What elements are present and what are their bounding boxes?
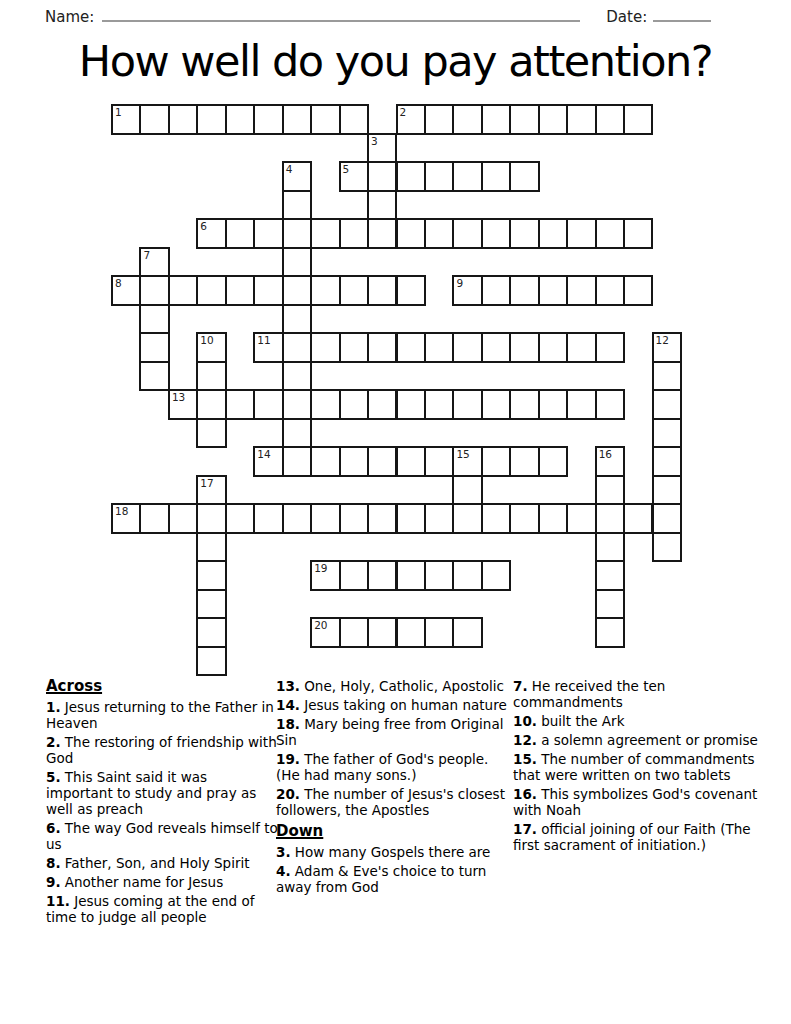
clue-number: 9.: [46, 874, 61, 890]
grid-cell-r1c9[interactable]: 3: [367, 133, 397, 164]
grid-cell-r14c18[interactable]: [623, 503, 653, 534]
grid-cell-r12c19[interactable]: [652, 446, 682, 477]
grid-cell-r10c15[interactable]: [538, 389, 568, 420]
grid-cell-r6c7[interactable]: [310, 275, 340, 306]
grid-cell-r14c16[interactable]: [566, 503, 596, 534]
grid-cell-r12c6[interactable]: [282, 446, 312, 477]
grid-cell-r18c10[interactable]: [396, 617, 426, 648]
grid-cell-r13c3[interactable]: 17: [196, 475, 226, 506]
grid-cell-r15c3[interactable]: [196, 532, 226, 563]
down-clues-group-1: 3. How many Gospels there are4. Adam & E…: [276, 844, 516, 895]
grid-cell-r8c8[interactable]: [339, 332, 369, 363]
grid-cell-r6c6[interactable]: [282, 275, 312, 306]
grid-cell-r8c9[interactable]: [367, 332, 397, 363]
grid-cell-r14c14[interactable]: [509, 503, 539, 534]
clue-number: 5.: [46, 769, 61, 785]
grid-cell-r0c2[interactable]: [168, 104, 198, 135]
grid-cell-r2c8[interactable]: 5: [339, 161, 369, 192]
grid-cell-r18c9[interactable]: [367, 617, 397, 648]
clue-number: 3.: [276, 844, 291, 860]
grid-cell-r8c17[interactable]: [595, 332, 625, 363]
name-blank-line: [102, 6, 580, 22]
grid-cell-r8c11[interactable]: [424, 332, 454, 363]
grid-cell-r6c16[interactable]: [566, 275, 596, 306]
grid-cell-r12c7[interactable]: [310, 446, 340, 477]
grid-cell-r10c13[interactable]: [481, 389, 511, 420]
grid-cell-r0c17[interactable]: [595, 104, 625, 135]
grid-cell-r8c16[interactable]: [566, 332, 596, 363]
clue-down-10: 10. built the Ark: [513, 713, 775, 729]
grid-cell-r14c2[interactable]: [168, 503, 198, 534]
grid-cell-r14c11[interactable]: [424, 503, 454, 534]
grid-cell-r8c19[interactable]: 12: [652, 332, 682, 363]
grid-cell-r6c1[interactable]: [139, 275, 169, 306]
grid-cell-r10c10[interactable]: [396, 389, 426, 420]
grid-cell-r0c16[interactable]: [566, 104, 596, 135]
down-clues-group-2: 7. He received the ten commandments10. b…: [513, 678, 775, 853]
grid-cell-r6c12[interactable]: 9: [452, 275, 482, 306]
grid-cell-r4c8[interactable]: [339, 218, 369, 249]
grid-cell-r10c7[interactable]: [310, 389, 340, 420]
clue-number: 13.: [276, 678, 300, 694]
clue-number: 18.: [276, 716, 300, 732]
grid-cell-r4c3[interactable]: 6: [196, 218, 226, 249]
grid-cell-r13c12[interactable]: [452, 475, 482, 506]
cell-clue-number: 4: [286, 163, 293, 175]
clue-number: 12.: [513, 732, 537, 748]
cell-clue-number: 20: [314, 619, 327, 631]
grid-cell-r16c7[interactable]: 19: [310, 560, 340, 591]
grid-cell-r6c2[interactable]: [168, 275, 198, 306]
grid-cell-r17c17[interactable]: [595, 589, 625, 620]
clue-number: 20.: [276, 786, 300, 802]
grid-cell-r18c8[interactable]: [339, 617, 369, 648]
grid-cell-r8c13[interactable]: [481, 332, 511, 363]
grid-cell-r14c19[interactable]: [652, 503, 682, 534]
grid-cell-r14c8[interactable]: [339, 503, 369, 534]
grid-cell-r7c1[interactable]: [139, 304, 169, 335]
page-title: How well do you pay attention?: [0, 36, 791, 86]
grid-cell-r12c13[interactable]: [481, 446, 511, 477]
grid-cell-r4c12[interactable]: [452, 218, 482, 249]
across-header: Across: [46, 678, 278, 694]
grid-cell-r14c13[interactable]: [481, 503, 511, 534]
grid-cell-r14c0[interactable]: 18: [111, 503, 141, 534]
grid-cell-r15c19[interactable]: [652, 532, 682, 563]
across-clues-group-2: 13. One, Holy, Catholic, Apostolic14. Je…: [276, 678, 516, 818]
grid-cell-r0c14[interactable]: [509, 104, 539, 135]
grid-cell-r12c5[interactable]: 14: [253, 446, 283, 477]
cell-clue-number: 19: [314, 562, 327, 574]
grid-cell-r0c5[interactable]: [253, 104, 283, 135]
grid-cell-r4c4[interactable]: [225, 218, 255, 249]
grid-cell-r3c9[interactable]: [367, 190, 397, 221]
grid-cell-r0c15[interactable]: [538, 104, 568, 135]
grid-cell-r18c11[interactable]: [424, 617, 454, 648]
grid-cell-r0c12[interactable]: [452, 104, 482, 135]
grid-cell-r14c9[interactable]: [367, 503, 397, 534]
grid-cell-r14c15[interactable]: [538, 503, 568, 534]
grid-cell-r4c9[interactable]: [367, 218, 397, 249]
grid-cell-r4c16[interactable]: [566, 218, 596, 249]
clue-across-5: 5. This Saint said it was important to s…: [46, 769, 278, 817]
clue-down-3: 3. How many Gospels there are: [276, 844, 516, 860]
clue-down-7: 7. He received the ten commandments: [513, 678, 775, 710]
grid-cell-r12c12[interactable]: 15: [452, 446, 482, 477]
grid-cell-r0c18[interactable]: [623, 104, 653, 135]
grid-cell-r8c14[interactable]: [509, 332, 539, 363]
grid-cell-r8c7[interactable]: [310, 332, 340, 363]
cell-clue-number: 8: [115, 277, 122, 289]
grid-cell-r9c6[interactable]: [282, 361, 312, 392]
cell-clue-number: 3: [371, 135, 378, 147]
grid-cell-r10c11[interactable]: [424, 389, 454, 420]
clue-column-1: Across 1. Jesus returning to the Father …: [46, 678, 278, 928]
clue-across-2: 2. The restoring of friendship with God: [46, 734, 278, 766]
grid-cell-r6c8[interactable]: [339, 275, 369, 306]
clue-number: 1.: [46, 699, 61, 715]
clue-number: 8.: [46, 855, 61, 871]
grid-cell-r8c5[interactable]: 11: [253, 332, 283, 363]
clue-across-20: 20. The number of Jesus's closest follow…: [276, 786, 516, 818]
grid-cell-r14c12[interactable]: [452, 503, 482, 534]
grid-cell-r5c1[interactable]: 7: [139, 247, 169, 278]
grid-cell-r10c3[interactable]: [196, 389, 226, 420]
name-label: Name:: [45, 8, 94, 26]
clue-across-18: 18. Mary being free from Original Sin: [276, 716, 516, 748]
grid-cell-r6c13[interactable]: [481, 275, 511, 306]
grid-cell-r14c5[interactable]: [253, 503, 283, 534]
grid-cell-r16c9[interactable]: [367, 560, 397, 591]
grid-cell-r10c12[interactable]: [452, 389, 482, 420]
grid-cell-r4c11[interactable]: [424, 218, 454, 249]
cell-clue-number: 17: [200, 477, 213, 489]
grid-cell-r7c6[interactable]: [282, 304, 312, 335]
cell-clue-number: 7: [143, 249, 150, 261]
grid-cell-r8c3[interactable]: 10: [196, 332, 226, 363]
grid-cell-r2c11[interactable]: [424, 161, 454, 192]
cell-clue-number: 1: [115, 106, 122, 118]
grid-cell-r16c11[interactable]: [424, 560, 454, 591]
grid-cell-r14c6[interactable]: [282, 503, 312, 534]
grid-cell-r8c10[interactable]: [396, 332, 426, 363]
grid-cell-r10c14[interactable]: [509, 389, 539, 420]
grid-cell-r0c0[interactable]: 1: [111, 104, 141, 135]
grid-cell-r12c15[interactable]: [538, 446, 568, 477]
grid-cell-r6c14[interactable]: [509, 275, 539, 306]
grid-cell-r11c3[interactable]: [196, 418, 226, 449]
clue-down-15: 15. The number of commandments that were…: [513, 751, 775, 783]
cell-clue-number: 13: [172, 391, 185, 403]
grid-cell-r16c17[interactable]: [595, 560, 625, 591]
cell-clue-number: 14: [257, 448, 270, 460]
cell-clue-number: 6: [200, 220, 207, 232]
grid-cell-r4c13[interactable]: [481, 218, 511, 249]
grid-cell-r2c6[interactable]: 4: [282, 161, 312, 192]
clue-number: 15.: [513, 751, 537, 767]
grid-cell-r9c3[interactable]: [196, 361, 226, 392]
grid-cell-r4c7[interactable]: [310, 218, 340, 249]
grid-cell-r15c17[interactable]: [595, 532, 625, 563]
clue-number: 19.: [276, 751, 300, 767]
grid-cell-r6c15[interactable]: [538, 275, 568, 306]
grid-cell-r8c12[interactable]: [452, 332, 482, 363]
clue-across-14: 14. Jesus taking on human nature: [276, 697, 516, 713]
grid-cell-r0c6[interactable]: [282, 104, 312, 135]
grid-cell-r11c19[interactable]: [652, 418, 682, 449]
grid-cell-r19c3[interactable]: [196, 646, 226, 677]
grid-cell-r6c18[interactable]: [623, 275, 653, 306]
grid-cell-r6c0[interactable]: 8: [111, 275, 141, 306]
grid-cell-r14c17[interactable]: [595, 503, 625, 534]
cell-clue-number: 2: [400, 106, 407, 118]
grid-cell-r0c4[interactable]: [225, 104, 255, 135]
grid-cell-r6c17[interactable]: [595, 275, 625, 306]
grid-cell-r0c3[interactable]: [196, 104, 226, 135]
grid-cell-r13c17[interactable]: [595, 475, 625, 506]
grid-cell-r2c13[interactable]: [481, 161, 511, 192]
grid-cell-r10c9[interactable]: [367, 389, 397, 420]
grid-cell-r8c1[interactable]: [139, 332, 169, 363]
grid-cell-r0c8[interactable]: [339, 104, 369, 135]
cell-clue-number: 16: [599, 448, 612, 460]
grid-cell-r2c9[interactable]: [367, 161, 397, 192]
grid-cell-r4c18[interactable]: [623, 218, 653, 249]
grid-cell-r14c10[interactable]: [396, 503, 426, 534]
clue-number: 11.: [46, 893, 70, 909]
clue-across-6: 6. The way God reveals himself to us: [46, 820, 278, 852]
clue-number: 14.: [276, 697, 300, 713]
grid-cell-r12c17[interactable]: 16: [595, 446, 625, 477]
grid-cell-r16c8[interactable]: [339, 560, 369, 591]
cell-clue-number: 15: [456, 448, 469, 460]
grid-cell-r10c2[interactable]: 13: [168, 389, 198, 420]
grid-cell-r6c5[interactable]: [253, 275, 283, 306]
grid-cell-r18c7[interactable]: 20: [310, 617, 340, 648]
clue-down-16: 16. This symbolizes God's covenant with …: [513, 786, 775, 818]
grid-cell-r6c4[interactable]: [225, 275, 255, 306]
across-clues-group-1: 1. Jesus returning to the Father in Heav…: [46, 699, 278, 925]
grid-cell-r4c6[interactable]: [282, 218, 312, 249]
grid-cell-r13c19[interactable]: [652, 475, 682, 506]
grid-cell-r4c17[interactable]: [595, 218, 625, 249]
grid-cell-r9c1[interactable]: [139, 361, 169, 392]
grid-cell-r2c12[interactable]: [452, 161, 482, 192]
grid-cell-r14c1[interactable]: [139, 503, 169, 534]
clue-number: 2.: [46, 734, 61, 750]
clue-across-9: 9. Another name for Jesus: [46, 874, 278, 890]
cell-clue-number: 5: [343, 163, 350, 175]
grid-cell-r12c14[interactable]: [509, 446, 539, 477]
cell-clue-number: 11: [257, 334, 270, 346]
grid-cell-r6c3[interactable]: [196, 275, 226, 306]
grid-cell-r5c6[interactable]: [282, 247, 312, 278]
clue-across-1: 1. Jesus returning to the Father in Heav…: [46, 699, 278, 731]
grid-cell-r0c1[interactable]: [139, 104, 169, 135]
grid-cell-r4c10[interactable]: [396, 218, 426, 249]
grid-cell-r16c13[interactable]: [481, 560, 511, 591]
grid-cell-r10c19[interactable]: [652, 389, 682, 420]
clue-across-11: 11. Jesus coming at the end of time to j…: [46, 893, 278, 925]
clue-across-19: 19. The father of God's people. (He had …: [276, 751, 516, 783]
down-header: Down: [276, 823, 516, 839]
cell-clue-number: 10: [200, 334, 213, 346]
grid-cell-r18c17[interactable]: [595, 617, 625, 648]
grid-cell-r14c4[interactable]: [225, 503, 255, 534]
clue-down-17: 17. official joining of our Faith (The f…: [513, 821, 775, 853]
grid-cell-r0c13[interactable]: [481, 104, 511, 135]
grid-cell-r0c11[interactable]: [424, 104, 454, 135]
clue-column-3: 7. He received the ten commandments10. b…: [513, 678, 775, 856]
grid-cell-r12c11[interactable]: [424, 446, 454, 477]
grid-cell-r2c10[interactable]: [396, 161, 426, 192]
grid-cell-r10c16[interactable]: [566, 389, 596, 420]
cell-clue-number: 9: [456, 277, 463, 289]
grid-cell-r14c7[interactable]: [310, 503, 340, 534]
clue-down-4: 4. Adam & Eve's choice to turn away from…: [276, 863, 516, 895]
grid-cell-r10c8[interactable]: [339, 389, 369, 420]
clue-column-2: 13. One, Holy, Catholic, Apostolic14. Je…: [276, 678, 516, 898]
clue-across-8: 8. Father, Son, and Holy Spirit: [46, 855, 278, 871]
grid-cell-r16c12[interactable]: [452, 560, 482, 591]
grid-cell-r10c6[interactable]: [282, 389, 312, 420]
grid-cell-r11c6[interactable]: [282, 418, 312, 449]
grid-cell-r18c3[interactable]: [196, 617, 226, 648]
date-blank-line: [653, 6, 711, 22]
grid-cell-r10c5[interactable]: [253, 389, 283, 420]
grid-cell-r17c3[interactable]: [196, 589, 226, 620]
clue-number: 7.: [513, 678, 528, 694]
clue-number: 10.: [513, 713, 537, 729]
grid-cell-r6c9[interactable]: [367, 275, 397, 306]
grid-cell-r3c6[interactable]: [282, 190, 312, 221]
grid-cell-r18c12[interactable]: [452, 617, 482, 648]
clue-down-12: 12. a solemn agreement or promise: [513, 732, 775, 748]
grid-cell-r0c7[interactable]: [310, 104, 340, 135]
grid-cell-r10c4[interactable]: [225, 389, 255, 420]
grid-cell-r16c3[interactable]: [196, 560, 226, 591]
cell-clue-number: 12: [656, 334, 669, 346]
grid-cell-r0c10[interactable]: 2: [396, 104, 426, 135]
grid-cell-r8c6[interactable]: [282, 332, 312, 363]
crossword-grid: 1234567891011121314151617181920: [112, 105, 681, 676]
grid-cell-r4c14[interactable]: [509, 218, 539, 249]
clue-number: 16.: [513, 786, 537, 802]
clue-across-13: 13. One, Holy, Catholic, Apostolic: [276, 678, 516, 694]
cell-clue-number: 18: [115, 505, 128, 517]
grid-cell-r9c19[interactable]: [652, 361, 682, 392]
clue-number: 6.: [46, 820, 61, 836]
clue-number: 4.: [276, 863, 291, 879]
grid-cell-r10c17[interactable]: [595, 389, 625, 420]
grid-cell-r16c10[interactable]: [396, 560, 426, 591]
date-label: Date:: [606, 8, 647, 26]
grid-cell-r14c3[interactable]: [196, 503, 226, 534]
grid-cell-r8c15[interactable]: [538, 332, 568, 363]
grid-cell-r6c10[interactable]: [396, 275, 426, 306]
clue-number: 17.: [513, 821, 537, 837]
grid-cell-r12c10[interactable]: [396, 446, 426, 477]
grid-cell-r12c8[interactable]: [339, 446, 369, 477]
grid-cell-r2c14[interactable]: [509, 161, 539, 192]
grid-cell-r4c5[interactable]: [253, 218, 283, 249]
grid-cell-r4c15[interactable]: [538, 218, 568, 249]
grid-cell-r12c9[interactable]: [367, 446, 397, 477]
name-date-row: Name:Date:: [45, 6, 745, 26]
